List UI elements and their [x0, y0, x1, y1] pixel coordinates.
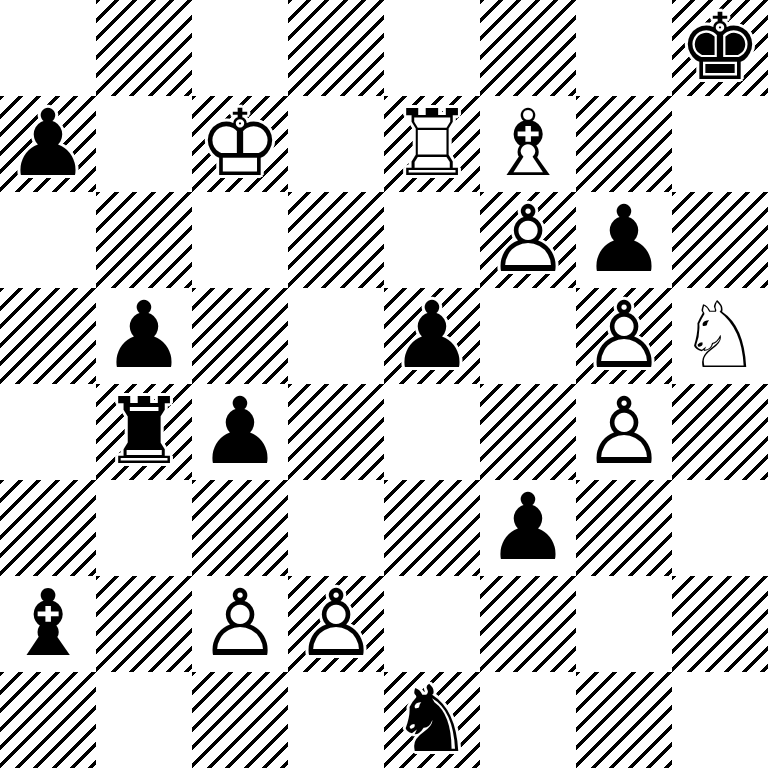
square-b5[interactable]: ♟♟ — [96, 288, 192, 384]
square-d2[interactable]: ♟♙ — [288, 576, 384, 672]
square-b1[interactable] — [96, 672, 192, 768]
piece-white-pawn[interactable]: ♟♙ — [480, 192, 576, 288]
square-d7[interactable] — [288, 96, 384, 192]
piece-white-pawn[interactable]: ♟♙ — [576, 288, 672, 384]
white-knight-glyph: ♘ — [679, 288, 761, 384]
chess-board: ♚♚♟♟♚♔♜♖♝♗♟♙♟♟♟♟♟♟♟♙♞♘♜♜♟♟♟♙♟♟♝♝♟♙♟♙♞♞ — [0, 0, 768, 768]
square-e5[interactable]: ♟♟ — [384, 288, 480, 384]
square-h5[interactable]: ♞♘ — [672, 288, 768, 384]
square-g5[interactable]: ♟♙ — [576, 288, 672, 384]
piece-black-bishop[interactable]: ♝♝ — [0, 576, 96, 672]
piece-black-pawn[interactable]: ♟♟ — [192, 384, 288, 480]
black-bishop-glyph: ♝ — [7, 576, 89, 672]
square-e2[interactable] — [384, 576, 480, 672]
square-a2[interactable]: ♝♝ — [0, 576, 96, 672]
square-h8[interactable]: ♚♚ — [672, 0, 768, 96]
square-f5[interactable] — [480, 288, 576, 384]
square-e4[interactable] — [384, 384, 480, 480]
square-c2[interactable]: ♟♙ — [192, 576, 288, 672]
piece-black-pawn[interactable]: ♟♟ — [0, 96, 96, 192]
square-g8[interactable] — [576, 0, 672, 96]
square-d3[interactable] — [288, 480, 384, 576]
black-pawn-glyph: ♟ — [487, 480, 569, 576]
square-g2[interactable] — [576, 576, 672, 672]
square-h6[interactable] — [672, 192, 768, 288]
piece-black-pawn[interactable]: ♟♟ — [576, 192, 672, 288]
square-e8[interactable] — [384, 0, 480, 96]
black-pawn-glyph: ♟ — [7, 96, 89, 192]
piece-white-king[interactable]: ♚♔ — [192, 96, 288, 192]
square-f8[interactable] — [480, 0, 576, 96]
square-c6[interactable] — [192, 192, 288, 288]
square-a7[interactable]: ♟♟ — [0, 96, 96, 192]
white-pawn-glyph: ♙ — [295, 576, 377, 672]
piece-black-pawn[interactable]: ♟♟ — [480, 480, 576, 576]
piece-white-pawn[interactable]: ♟♙ — [576, 384, 672, 480]
white-bishop-glyph: ♗ — [487, 96, 569, 192]
piece-black-knight[interactable]: ♞♞ — [384, 672, 480, 768]
piece-white-rook[interactable]: ♜♖ — [384, 96, 480, 192]
square-c4[interactable]: ♟♟ — [192, 384, 288, 480]
white-pawn-glyph: ♙ — [583, 384, 665, 480]
square-a8[interactable] — [0, 0, 96, 96]
square-h4[interactable] — [672, 384, 768, 480]
white-pawn-glyph: ♙ — [199, 576, 281, 672]
square-d1[interactable] — [288, 672, 384, 768]
square-f3[interactable]: ♟♟ — [480, 480, 576, 576]
square-c7[interactable]: ♚♔ — [192, 96, 288, 192]
square-g3[interactable] — [576, 480, 672, 576]
square-g6[interactable]: ♟♟ — [576, 192, 672, 288]
square-d4[interactable] — [288, 384, 384, 480]
square-c5[interactable] — [192, 288, 288, 384]
piece-black-pawn[interactable]: ♟♟ — [384, 288, 480, 384]
black-king-glyph: ♚ — [679, 0, 761, 96]
black-pawn-glyph: ♟ — [103, 288, 185, 384]
square-b4[interactable]: ♜♜ — [96, 384, 192, 480]
square-f2[interactable] — [480, 576, 576, 672]
piece-white-bishop[interactable]: ♝♗ — [480, 96, 576, 192]
piece-black-rook[interactable]: ♜♜ — [96, 384, 192, 480]
black-pawn-glyph: ♟ — [583, 192, 665, 288]
square-a3[interactable] — [0, 480, 96, 576]
square-b3[interactable] — [96, 480, 192, 576]
square-f1[interactable] — [480, 672, 576, 768]
square-a6[interactable] — [0, 192, 96, 288]
square-f6[interactable]: ♟♙ — [480, 192, 576, 288]
square-e7[interactable]: ♜♖ — [384, 96, 480, 192]
square-e6[interactable] — [384, 192, 480, 288]
square-e1[interactable]: ♞♞ — [384, 672, 480, 768]
white-king-glyph: ♔ — [199, 96, 281, 192]
square-b7[interactable] — [96, 96, 192, 192]
square-d5[interactable] — [288, 288, 384, 384]
square-h3[interactable] — [672, 480, 768, 576]
square-a5[interactable] — [0, 288, 96, 384]
piece-black-king[interactable]: ♚♚ — [672, 0, 768, 96]
square-g1[interactable] — [576, 672, 672, 768]
piece-white-pawn[interactable]: ♟♙ — [288, 576, 384, 672]
square-d6[interactable] — [288, 192, 384, 288]
black-pawn-glyph: ♟ — [391, 288, 473, 384]
square-b8[interactable] — [96, 0, 192, 96]
square-a1[interactable] — [0, 672, 96, 768]
square-c3[interactable] — [192, 480, 288, 576]
square-g7[interactable] — [576, 96, 672, 192]
square-c1[interactable] — [192, 672, 288, 768]
square-f4[interactable] — [480, 384, 576, 480]
square-c8[interactable] — [192, 0, 288, 96]
black-pawn-glyph: ♟ — [199, 384, 281, 480]
black-knight-glyph: ♞ — [391, 672, 473, 768]
black-rook-glyph: ♜ — [103, 384, 185, 480]
square-h2[interactable] — [672, 576, 768, 672]
white-rook-glyph: ♖ — [391, 96, 473, 192]
piece-white-pawn[interactable]: ♟♙ — [192, 576, 288, 672]
square-a4[interactable] — [0, 384, 96, 480]
square-h1[interactable] — [672, 672, 768, 768]
piece-black-pawn[interactable]: ♟♟ — [96, 288, 192, 384]
square-e3[interactable] — [384, 480, 480, 576]
piece-white-knight[interactable]: ♞♘ — [672, 288, 768, 384]
square-d8[interactable] — [288, 0, 384, 96]
square-g4[interactable]: ♟♙ — [576, 384, 672, 480]
white-pawn-glyph: ♙ — [487, 192, 569, 288]
square-f7[interactable]: ♝♗ — [480, 96, 576, 192]
square-b6[interactable] — [96, 192, 192, 288]
square-h7[interactable] — [672, 96, 768, 192]
white-pawn-glyph: ♙ — [583, 288, 665, 384]
square-b2[interactable] — [96, 576, 192, 672]
